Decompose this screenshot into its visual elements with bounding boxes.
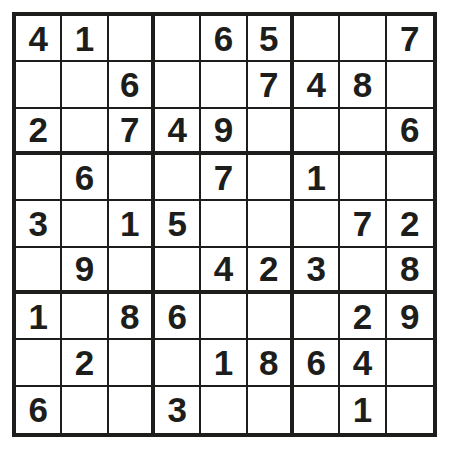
sudoku-cell-r9c6[interactable] bbox=[248, 387, 294, 433]
sudoku-cell-r5c5[interactable] bbox=[201, 201, 247, 247]
sudoku-cell-r6c1[interactable] bbox=[16, 248, 62, 294]
sudoku-cell-r6c4[interactable] bbox=[155, 248, 201, 294]
sudoku-cell-r6c9: 8 bbox=[387, 248, 433, 294]
sudoku-cell-r4c3[interactable] bbox=[109, 155, 155, 201]
sudoku-cell-r8c8: 4 bbox=[340, 340, 386, 386]
sudoku-cell-r2c7: 4 bbox=[294, 62, 340, 108]
sudoku-cell-r1c5: 6 bbox=[201, 16, 247, 62]
sudoku-cell-r7c5[interactable] bbox=[201, 294, 247, 340]
sudoku-cell-r3c1: 2 bbox=[16, 109, 62, 155]
sudoku-cell-r5c4: 5 bbox=[155, 201, 201, 247]
sudoku-cell-r8c2: 2 bbox=[62, 340, 108, 386]
sudoku-cell-r9c7[interactable] bbox=[294, 387, 340, 433]
sudoku-cell-r5c7[interactable] bbox=[294, 201, 340, 247]
sudoku-cell-r1c4[interactable] bbox=[155, 16, 201, 62]
sudoku-cell-r1c6: 5 bbox=[248, 16, 294, 62]
sudoku-cell-r5c6[interactable] bbox=[248, 201, 294, 247]
sudoku-cell-r1c2: 1 bbox=[62, 16, 108, 62]
sudoku-cell-r2c1[interactable] bbox=[16, 62, 62, 108]
sudoku-cell-r9c1: 6 bbox=[16, 387, 62, 433]
sudoku-cell-r9c5[interactable] bbox=[201, 387, 247, 433]
sudoku-cell-r9c8: 1 bbox=[340, 387, 386, 433]
sudoku-cell-r7c6[interactable] bbox=[248, 294, 294, 340]
sudoku-cell-r9c9[interactable] bbox=[387, 387, 433, 433]
sudoku-cell-r6c8[interactable] bbox=[340, 248, 386, 294]
sudoku-cell-r7c8: 2 bbox=[340, 294, 386, 340]
sudoku-cell-r2c5[interactable] bbox=[201, 62, 247, 108]
sudoku-cell-r7c4: 6 bbox=[155, 294, 201, 340]
sudoku-cell-r5c1: 3 bbox=[16, 201, 62, 247]
sudoku-cell-r8c3[interactable] bbox=[109, 340, 155, 386]
sudoku-cell-r4c2: 6 bbox=[62, 155, 108, 201]
sudoku-cell-r7c9: 9 bbox=[387, 294, 433, 340]
sudoku-cell-r3c5: 9 bbox=[201, 109, 247, 155]
sudoku-cell-r8c6: 8 bbox=[248, 340, 294, 386]
sudoku-cell-r4c1[interactable] bbox=[16, 155, 62, 201]
sudoku-cell-r6c7: 3 bbox=[294, 248, 340, 294]
sudoku-cell-r1c1: 4 bbox=[16, 16, 62, 62]
sudoku-cell-r2c2[interactable] bbox=[62, 62, 108, 108]
sudoku-cell-r9c4: 3 bbox=[155, 387, 201, 433]
sudoku-cell-r2c4[interactable] bbox=[155, 62, 201, 108]
sudoku-cell-r8c7: 6 bbox=[294, 340, 340, 386]
sudoku-cell-r4c9[interactable] bbox=[387, 155, 433, 201]
sudoku-cell-r8c5: 1 bbox=[201, 340, 247, 386]
sudoku-cell-r7c7[interactable] bbox=[294, 294, 340, 340]
sudoku-cell-r6c5: 4 bbox=[201, 248, 247, 294]
sudoku-cell-r2c9[interactable] bbox=[387, 62, 433, 108]
sudoku-cell-r6c6: 2 bbox=[248, 248, 294, 294]
sudoku-cell-r1c8[interactable] bbox=[340, 16, 386, 62]
sudoku-cell-r9c2[interactable] bbox=[62, 387, 108, 433]
sudoku-cell-r6c2: 9 bbox=[62, 248, 108, 294]
sudoku-cell-r3c3: 7 bbox=[109, 109, 155, 155]
sudoku-cell-r4c5: 7 bbox=[201, 155, 247, 201]
sudoku-cell-r5c3: 1 bbox=[109, 201, 155, 247]
sudoku-cell-r8c4[interactable] bbox=[155, 340, 201, 386]
sudoku-cell-r3c2[interactable] bbox=[62, 109, 108, 155]
sudoku-cell-r4c8[interactable] bbox=[340, 155, 386, 201]
sudoku-cell-r3c6[interactable] bbox=[248, 109, 294, 155]
sudoku-cell-r5c2[interactable] bbox=[62, 201, 108, 247]
sudoku-cell-r8c9[interactable] bbox=[387, 340, 433, 386]
sudoku-cell-r3c7[interactable] bbox=[294, 109, 340, 155]
sudoku-cell-r3c8[interactable] bbox=[340, 109, 386, 155]
sudoku-board: 4165767482749667131572942381862921864631 bbox=[12, 12, 437, 437]
sudoku-cell-r5c9: 2 bbox=[387, 201, 433, 247]
sudoku-cell-r7c1: 1 bbox=[16, 294, 62, 340]
sudoku-cell-r2c8: 8 bbox=[340, 62, 386, 108]
sudoku-cell-r2c6: 7 bbox=[248, 62, 294, 108]
sudoku-cell-r6c3[interactable] bbox=[109, 248, 155, 294]
sudoku-cell-r4c4[interactable] bbox=[155, 155, 201, 201]
sudoku-cell-r7c2[interactable] bbox=[62, 294, 108, 340]
sudoku-cell-r4c7: 1 bbox=[294, 155, 340, 201]
sudoku-cell-r1c3[interactable] bbox=[109, 16, 155, 62]
sudoku-cell-r3c4: 4 bbox=[155, 109, 201, 155]
sudoku-cell-r7c3: 8 bbox=[109, 294, 155, 340]
sudoku-cell-r5c8: 7 bbox=[340, 201, 386, 247]
sudoku-cell-r2c3: 6 bbox=[109, 62, 155, 108]
sudoku-cell-r8c1[interactable] bbox=[16, 340, 62, 386]
sudoku-cell-r1c9: 7 bbox=[387, 16, 433, 62]
sudoku-cell-r3c9: 6 bbox=[387, 109, 433, 155]
sudoku-cell-r4c6[interactable] bbox=[248, 155, 294, 201]
sudoku-cell-r9c3[interactable] bbox=[109, 387, 155, 433]
sudoku-cell-r1c7[interactable] bbox=[294, 16, 340, 62]
